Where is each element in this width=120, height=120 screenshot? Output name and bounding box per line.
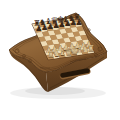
carved-case	[0, 0, 120, 120]
case-shadow	[10, 87, 106, 99]
chess-set-photo: ♜♞♝♛♚♝♞♜♟♟♟♟♟♟♟♟♟♟♟♟♟♟♟♟♜♞♝♛♚♝♞♜	[0, 0, 120, 120]
square-h1: ♜	[86, 48, 94, 53]
